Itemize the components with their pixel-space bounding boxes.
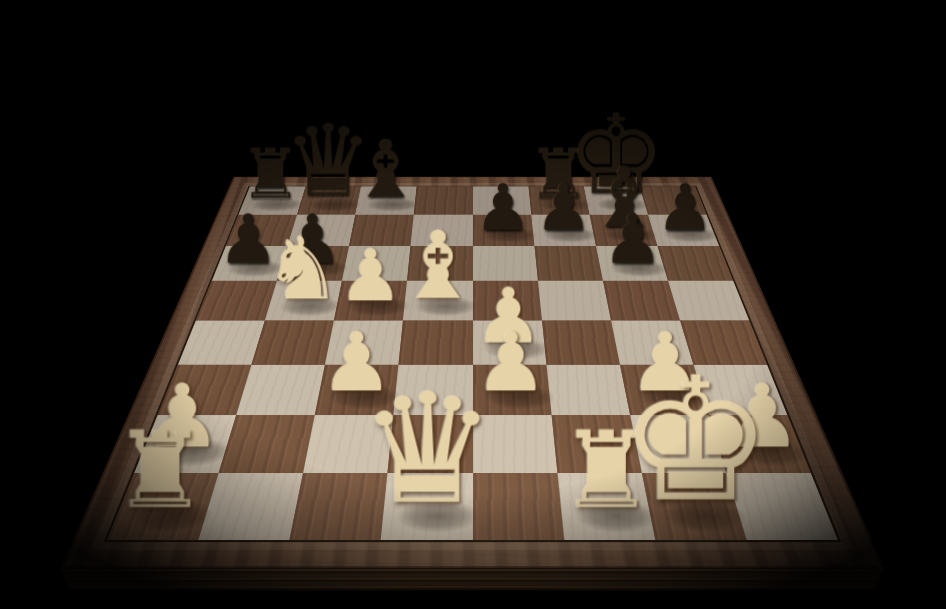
square-f5[interactable] — [538, 281, 611, 320]
square-b3[interactable] — [236, 365, 325, 415]
square-f4[interactable] — [542, 320, 620, 364]
chess-scene: ♜♛♝♜♚♟♟♝♟♟♟♟♞♟♝♟♟♟♟♟♟♜♛♜♚ — [0, 0, 946, 609]
board-front-edge — [61, 568, 885, 590]
square-f6[interactable] — [534, 246, 603, 281]
square-d5[interactable]: ♝ — [403, 281, 472, 320]
white-rook-a1[interactable]: ♜ — [112, 421, 207, 522]
square-f3[interactable] — [546, 365, 630, 415]
square-b2[interactable] — [219, 415, 315, 473]
black-pawn-h7[interactable]: ♟ — [656, 177, 714, 238]
square-a1[interactable]: ♜ — [107, 473, 219, 540]
square-f7[interactable]: ♟ — [531, 215, 596, 246]
white-bishop-d5[interactable]: ♝ — [397, 221, 481, 310]
white-knight-b5[interactable]: ♞ — [264, 227, 342, 309]
square-g6[interactable]: ♟ — [596, 246, 668, 281]
square-d1[interactable]: ♛ — [381, 473, 472, 540]
white-queen-d1[interactable]: ♛ — [359, 376, 496, 521]
black-bishop-c8[interactable]: ♝ — [350, 132, 421, 207]
square-d4[interactable] — [399, 320, 473, 364]
white-king-g1[interactable]: ♚ — [620, 359, 773, 521]
chess-board: ♜♛♝♜♚♟♟♝♟♟♟♟♞♟♝♟♟♟♟♟♟♜♛♜♚ — [61, 177, 885, 569]
white-pawn-c5[interactable]: ♟ — [338, 241, 402, 309]
black-pawn-g6[interactable]: ♟ — [603, 207, 664, 271]
board-perspective-wrapper: ♜♛♝♜♚♟♟♝♟♟♟♟♞♟♝♟♟♟♟♟♟♜♛♜♚ — [170, 18, 775, 609]
black-pawn-f7[interactable]: ♟ — [535, 177, 593, 238]
square-e7[interactable]: ♟ — [473, 215, 535, 246]
black-pawn-e7[interactable]: ♟ — [474, 177, 532, 238]
